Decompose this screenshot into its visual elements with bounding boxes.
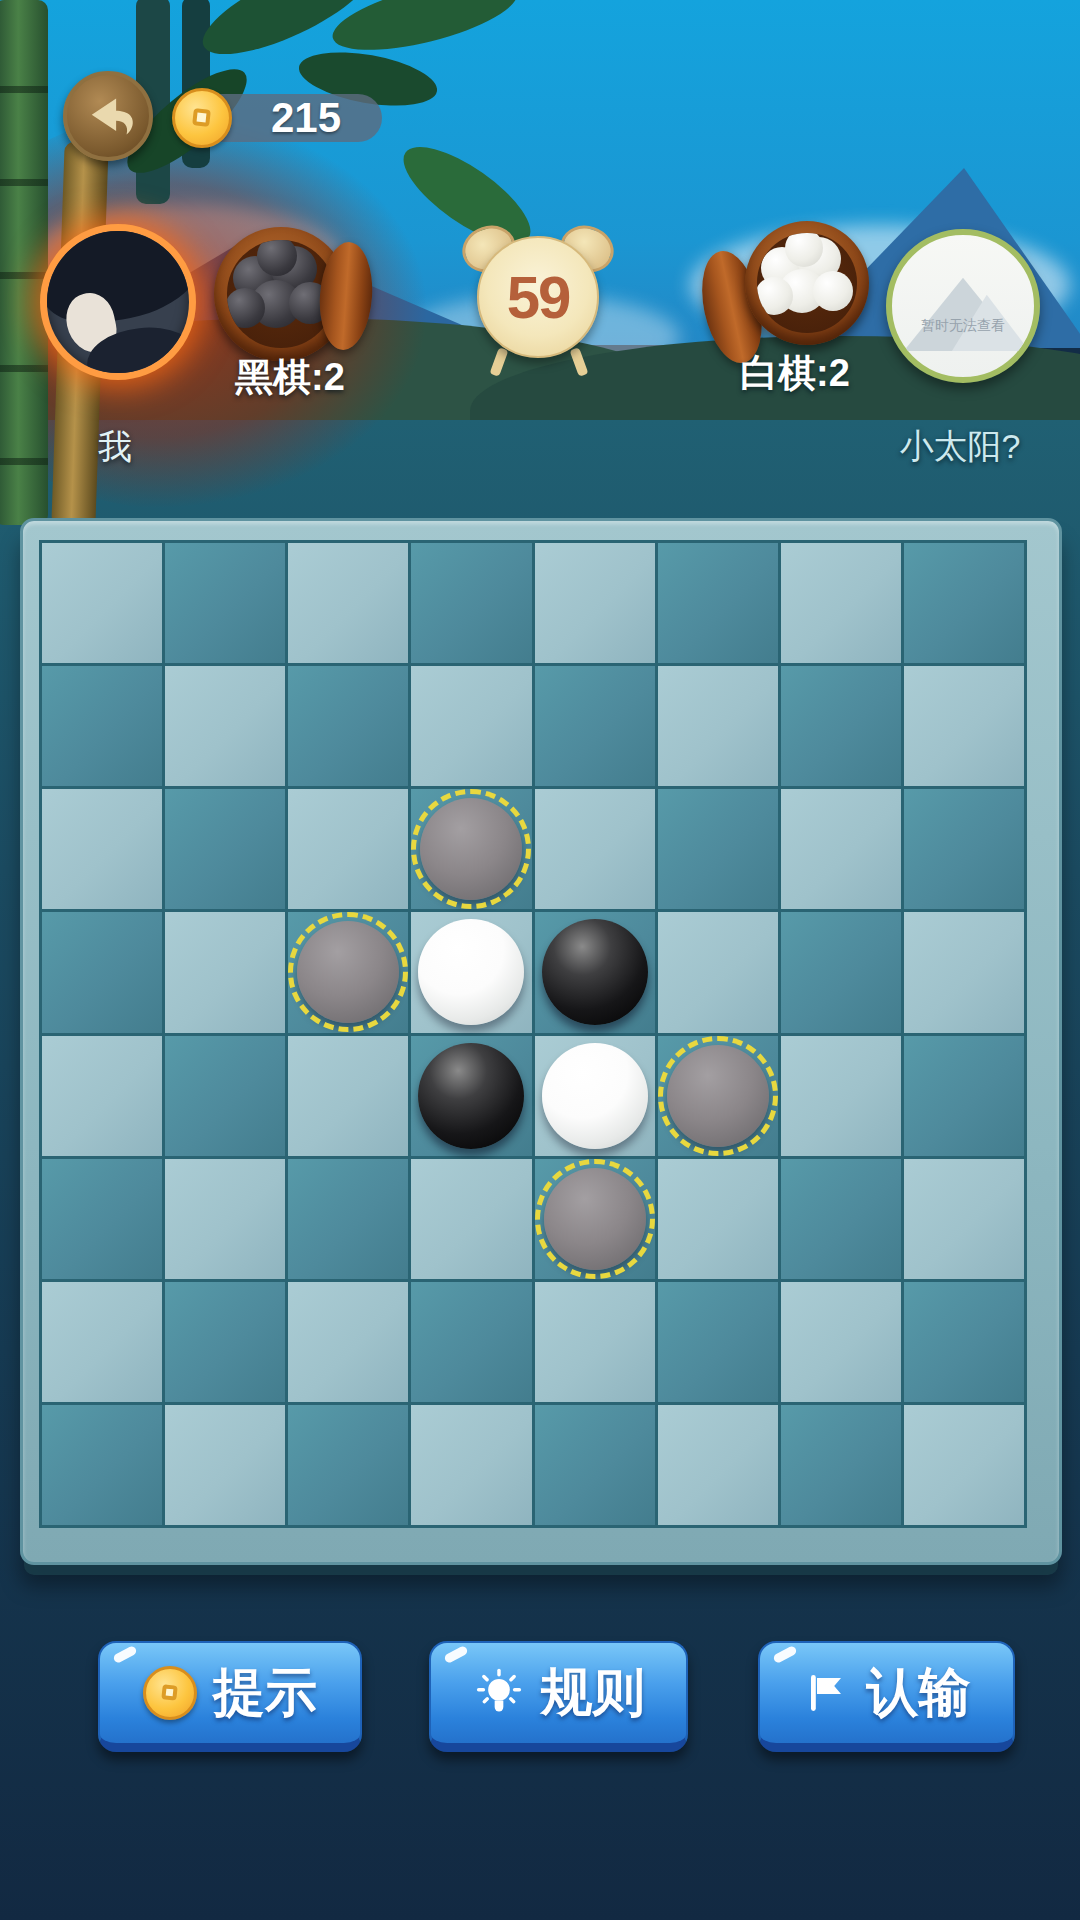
board-cell-d2[interactable]	[411, 666, 531, 786]
othello-board-frame	[20, 518, 1062, 1565]
board-cell-h7[interactable]	[904, 1282, 1024, 1402]
board-cell-c2[interactable]	[288, 666, 408, 786]
hint-stone	[544, 1168, 646, 1270]
board-cell-e8[interactable]	[535, 1405, 655, 1525]
resign-button[interactable]: 认输	[758, 1641, 1015, 1752]
board-cell-g4[interactable]	[781, 912, 901, 1032]
board-cell-g6[interactable]	[781, 1159, 901, 1279]
black-stone	[542, 919, 648, 1025]
white-stones-bowl-icon	[745, 221, 869, 345]
player-name-opponent: 小太阳?	[855, 424, 1065, 470]
board-cell-e2[interactable]	[535, 666, 655, 786]
board-cell-g3[interactable]	[781, 789, 901, 909]
board-cell-f5[interactable]	[658, 1036, 778, 1156]
white-stone	[542, 1043, 648, 1149]
board-cell-h8[interactable]	[904, 1405, 1024, 1525]
board-cell-b7[interactable]	[165, 1282, 285, 1402]
coin-icon	[172, 88, 232, 148]
hint-button-label: 提示	[213, 1658, 317, 1728]
hint-stone	[420, 798, 522, 900]
white-score-label: 白棋:2	[675, 348, 915, 399]
board-cell-a5[interactable]	[42, 1036, 162, 1156]
board-cell-f6[interactable]	[658, 1159, 778, 1279]
board-cell-a4[interactable]	[42, 912, 162, 1032]
board-cell-d7[interactable]	[411, 1282, 531, 1402]
board-cell-h6[interactable]	[904, 1159, 1024, 1279]
board-cell-e6[interactable]	[535, 1159, 655, 1279]
legal-move-hint[interactable]	[420, 798, 522, 900]
back-button[interactable]	[63, 71, 153, 161]
board-cell-c5[interactable]	[288, 1036, 408, 1156]
board-cell-g1[interactable]	[781, 543, 901, 663]
hint-stone	[667, 1045, 769, 1147]
board-cell-b3[interactable]	[165, 789, 285, 909]
white-stone	[418, 919, 524, 1025]
timer-value: 59	[507, 263, 570, 332]
board-cell-b2[interactable]	[165, 666, 285, 786]
board-cell-g2[interactable]	[781, 666, 901, 786]
hint-stone	[297, 921, 399, 1023]
board-cell-d4[interactable]	[411, 912, 531, 1032]
board-cell-f8[interactable]	[658, 1405, 778, 1525]
board-cell-e5[interactable]	[535, 1036, 655, 1156]
legal-move-hint[interactable]	[667, 1045, 769, 1147]
board-cell-a1[interactable]	[42, 543, 162, 663]
board-cell-e4[interactable]	[535, 912, 655, 1032]
board-cell-a6[interactable]	[42, 1159, 162, 1279]
player-name-me: 我	[65, 424, 165, 470]
hint-button[interactable]: 提示	[98, 1641, 362, 1752]
board-cell-e1[interactable]	[535, 543, 655, 663]
board-cell-b5[interactable]	[165, 1036, 285, 1156]
board-cell-f7[interactable]	[658, 1282, 778, 1402]
back-arrow-icon	[79, 87, 137, 145]
board-cell-b4[interactable]	[165, 912, 285, 1032]
black-stone	[418, 1043, 524, 1149]
avatar-caption: 暂时无法查看	[892, 317, 1034, 335]
board-cell-e3[interactable]	[535, 789, 655, 909]
board-cell-a7[interactable]	[42, 1282, 162, 1402]
rules-button-label: 规则	[541, 1658, 645, 1728]
coin-balance-value: 215	[271, 94, 341, 142]
board-cell-h5[interactable]	[904, 1036, 1024, 1156]
board-cell-f4[interactable]	[658, 912, 778, 1032]
board-cell-e7[interactable]	[535, 1282, 655, 1402]
board-cell-b1[interactable]	[165, 543, 285, 663]
game-screen: 215 59	[0, 0, 1080, 1920]
board-cell-h3[interactable]	[904, 789, 1024, 909]
board-cell-c7[interactable]	[288, 1282, 408, 1402]
board-cell-c4[interactable]	[288, 912, 408, 1032]
board-cell-g7[interactable]	[781, 1282, 901, 1402]
board-cell-f2[interactable]	[658, 666, 778, 786]
board-cell-c1[interactable]	[288, 543, 408, 663]
board-cell-b8[interactable]	[165, 1405, 285, 1525]
board-cell-h4[interactable]	[904, 912, 1024, 1032]
board-cell-f1[interactable]	[658, 543, 778, 663]
board-cell-c6[interactable]	[288, 1159, 408, 1279]
move-timer-clock: 59	[477, 236, 599, 358]
board-cell-b6[interactable]	[165, 1159, 285, 1279]
board-cell-a8[interactable]	[42, 1405, 162, 1525]
legal-move-hint[interactable]	[544, 1168, 646, 1270]
board-cell-f3[interactable]	[658, 789, 778, 909]
rules-button[interactable]: 规则	[429, 1641, 688, 1752]
board-cell-d5[interactable]	[411, 1036, 531, 1156]
black-score-label: 黑棋:2	[170, 352, 410, 403]
board-cell-d6[interactable]	[411, 1159, 531, 1279]
board-cell-g8[interactable]	[781, 1405, 901, 1525]
coin-icon	[143, 1666, 197, 1720]
board-cell-a2[interactable]	[42, 666, 162, 786]
board-cell-g5[interactable]	[781, 1036, 901, 1156]
othello-board[interactable]	[39, 540, 1027, 1528]
board-cell-c3[interactable]	[288, 789, 408, 909]
board-cell-h1[interactable]	[904, 543, 1024, 663]
board-cell-a3[interactable]	[42, 789, 162, 909]
board-cell-h2[interactable]	[904, 666, 1024, 786]
board-cell-d8[interactable]	[411, 1405, 531, 1525]
legal-move-hint[interactable]	[297, 921, 399, 1023]
bamboo-stalk-decor	[0, 0, 48, 525]
resign-button-label: 认输	[867, 1658, 971, 1728]
board-cell-d1[interactable]	[411, 543, 531, 663]
board-cell-d3[interactable]	[411, 789, 531, 909]
board-cell-c8[interactable]	[288, 1405, 408, 1525]
bulb-icon	[473, 1667, 525, 1719]
flag-icon	[803, 1669, 851, 1717]
